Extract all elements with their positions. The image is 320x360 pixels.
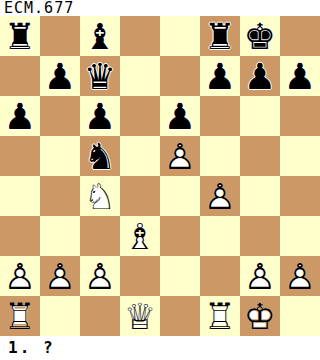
- piece-black-pawn: ♟: [280, 56, 320, 96]
- square-d7[interactable]: [120, 56, 160, 96]
- square-h3[interactable]: [280, 216, 320, 256]
- square-g6[interactable]: [240, 96, 280, 136]
- piece-white-pawn: ♟♙: [40, 256, 80, 296]
- piece-white-pawn: ♟♙: [0, 256, 40, 296]
- square-c3[interactable]: [80, 216, 120, 256]
- square-h4[interactable]: [280, 176, 320, 216]
- piece-black-pawn: ♟: [240, 56, 280, 96]
- piece-black-king: ♚: [240, 16, 280, 56]
- square-g8[interactable]: ♚: [240, 16, 280, 56]
- square-b6[interactable]: [40, 96, 80, 136]
- piece-black-queen: ♛: [80, 56, 120, 96]
- piece-white-queen: ♛♕: [120, 296, 160, 336]
- square-h1[interactable]: [280, 296, 320, 336]
- square-b4[interactable]: [40, 176, 80, 216]
- square-c2[interactable]: ♟♙: [80, 256, 120, 296]
- piece-black-pawn: ♟: [80, 96, 120, 136]
- square-f5[interactable]: [200, 136, 240, 176]
- square-e7[interactable]: [160, 56, 200, 96]
- square-a1[interactable]: ♜♖: [0, 296, 40, 336]
- piece-white-rook: ♜♖: [0, 296, 40, 336]
- square-b5[interactable]: [40, 136, 80, 176]
- chess-board: ♜♝♜♚♟♛♟♟♟♟♟♟♞♟♙♞♘♟♙♝♗♟♙♟♙♟♙♟♙♟♙♜♖♛♕♜♖♚♔: [0, 16, 320, 336]
- square-f6[interactable]: [200, 96, 240, 136]
- square-f3[interactable]: [200, 216, 240, 256]
- piece-black-pawn: ♟: [200, 56, 240, 96]
- square-a2[interactable]: ♟♙: [0, 256, 40, 296]
- square-c6[interactable]: ♟: [80, 96, 120, 136]
- move-prompt: 1. ?: [8, 337, 55, 359]
- piece-black-pawn: ♟: [40, 56, 80, 96]
- piece-black-pawn: ♟: [160, 96, 200, 136]
- square-d5[interactable]: [120, 136, 160, 176]
- square-b8[interactable]: [40, 16, 80, 56]
- square-b3[interactable]: [40, 216, 80, 256]
- piece-black-knight: ♞: [80, 136, 120, 176]
- square-g5[interactable]: [240, 136, 280, 176]
- square-f8[interactable]: ♜: [200, 16, 240, 56]
- piece-white-knight: ♞♘: [80, 176, 120, 216]
- piece-white-bishop: ♝♗: [120, 216, 160, 256]
- piece-white-pawn: ♟♙: [160, 136, 200, 176]
- square-e4[interactable]: [160, 176, 200, 216]
- square-d6[interactable]: [120, 96, 160, 136]
- square-a6[interactable]: ♟: [0, 96, 40, 136]
- problem-id-title: ECM.677: [4, 0, 74, 16]
- square-f7[interactable]: ♟: [200, 56, 240, 96]
- piece-black-rook: ♜: [0, 16, 40, 56]
- piece-white-rook: ♜♖: [200, 296, 240, 336]
- square-b1[interactable]: [40, 296, 80, 336]
- square-f2[interactable]: [200, 256, 240, 296]
- square-e8[interactable]: [160, 16, 200, 56]
- square-e5[interactable]: ♟♙: [160, 136, 200, 176]
- square-a7[interactable]: [0, 56, 40, 96]
- square-g1[interactable]: ♚♔: [240, 296, 280, 336]
- square-h5[interactable]: [280, 136, 320, 176]
- square-b7[interactable]: ♟: [40, 56, 80, 96]
- piece-white-pawn: ♟♙: [280, 256, 320, 296]
- square-d3[interactable]: ♝♗: [120, 216, 160, 256]
- square-a5[interactable]: [0, 136, 40, 176]
- piece-black-pawn: ♟: [0, 96, 40, 136]
- square-h6[interactable]: [280, 96, 320, 136]
- square-d2[interactable]: [120, 256, 160, 296]
- square-g3[interactable]: [240, 216, 280, 256]
- piece-white-pawn: ♟♙: [80, 256, 120, 296]
- square-c7[interactable]: ♛: [80, 56, 120, 96]
- square-d4[interactable]: [120, 176, 160, 216]
- piece-black-rook: ♜: [200, 16, 240, 56]
- square-c5[interactable]: ♞: [80, 136, 120, 176]
- square-h7[interactable]: ♟: [280, 56, 320, 96]
- square-f4[interactable]: ♟♙: [200, 176, 240, 216]
- square-b2[interactable]: ♟♙: [40, 256, 80, 296]
- square-c8[interactable]: ♝: [80, 16, 120, 56]
- square-g7[interactable]: ♟: [240, 56, 280, 96]
- square-a4[interactable]: [0, 176, 40, 216]
- square-h2[interactable]: ♟♙: [280, 256, 320, 296]
- square-c4[interactable]: ♞♘: [80, 176, 120, 216]
- square-d1[interactable]: ♛♕: [120, 296, 160, 336]
- square-e3[interactable]: [160, 216, 200, 256]
- square-g2[interactable]: ♟♙: [240, 256, 280, 296]
- piece-white-king: ♚♔: [240, 296, 280, 336]
- square-f1[interactable]: ♜♖: [200, 296, 240, 336]
- square-e2[interactable]: [160, 256, 200, 296]
- square-c1[interactable]: [80, 296, 120, 336]
- square-e6[interactable]: ♟: [160, 96, 200, 136]
- piece-black-bishop: ♝: [80, 16, 120, 56]
- square-e1[interactable]: [160, 296, 200, 336]
- square-d8[interactable]: [120, 16, 160, 56]
- square-g4[interactable]: [240, 176, 280, 216]
- square-a8[interactable]: ♜: [0, 16, 40, 56]
- square-a3[interactable]: [0, 216, 40, 256]
- piece-white-pawn: ♟♙: [240, 256, 280, 296]
- piece-white-pawn: ♟♙: [200, 176, 240, 216]
- square-h8[interactable]: [280, 16, 320, 56]
